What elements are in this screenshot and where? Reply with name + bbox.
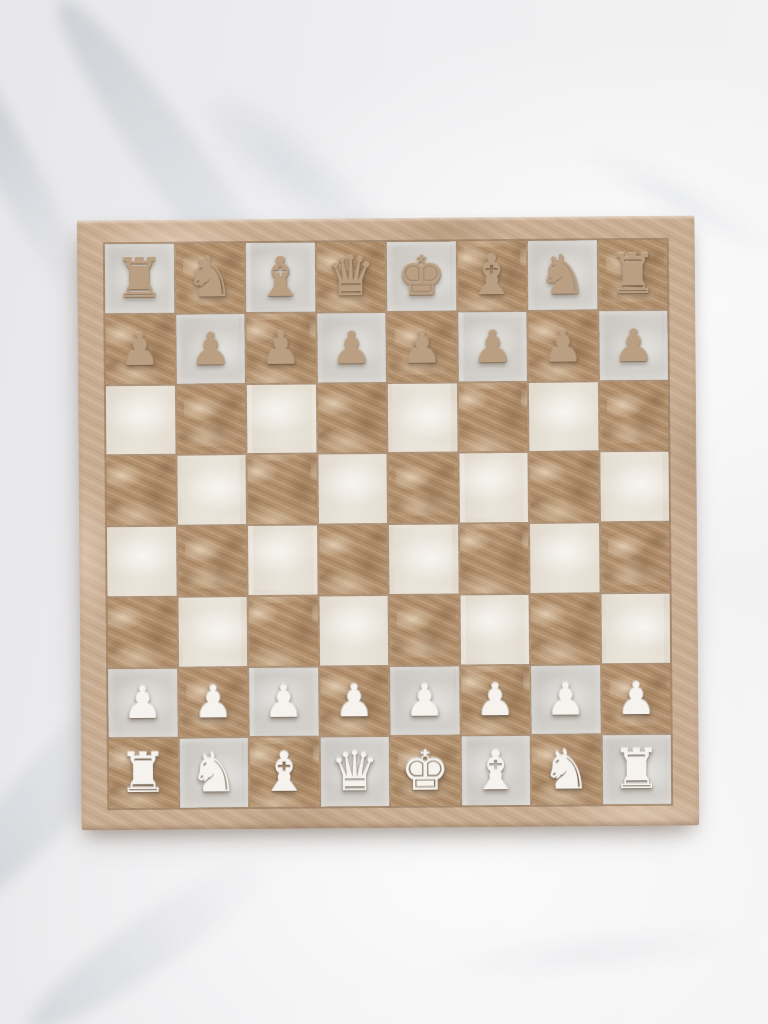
piece-black-pawn[interactable]: ♟: [543, 323, 584, 368]
piece-white-pawn[interactable]: ♟: [263, 679, 304, 724]
square-e5[interactable]: [388, 454, 457, 523]
piece-black-rook[interactable]: ♜: [608, 247, 658, 302]
square-f3[interactable]: [460, 595, 529, 664]
piece-white-pawn[interactable]: ♟: [122, 680, 163, 725]
piece-white-rook[interactable]: ♜: [612, 742, 662, 797]
square-c5[interactable]: [247, 455, 316, 524]
square-d8[interactable]: ♛: [316, 242, 385, 311]
square-c2[interactable]: ♟: [249, 667, 318, 736]
square-c7[interactable]: ♟: [246, 313, 315, 382]
board-grid: ♜♞♝♛♚♝♞♜♟♟♟♟♟♟♟♟♟♟♟♟♟♟♟♟♜♞♝♛♚♝♞♜: [105, 240, 671, 808]
square-a6[interactable]: [106, 385, 175, 454]
piece-black-queen[interactable]: ♛: [326, 249, 376, 304]
square-g5[interactable]: [529, 453, 598, 522]
piece-white-pawn[interactable]: ♟: [475, 677, 516, 722]
square-a3[interactable]: [108, 597, 177, 666]
square-b6[interactable]: [176, 385, 245, 454]
piece-black-knight[interactable]: ♞: [185, 250, 235, 305]
square-h1[interactable]: ♜: [602, 735, 671, 804]
square-e6[interactable]: [388, 383, 457, 452]
square-b2[interactable]: ♟: [179, 668, 248, 737]
square-a1[interactable]: ♜: [109, 739, 178, 808]
square-f8[interactable]: ♝: [457, 241, 526, 310]
square-g7[interactable]: ♟: [528, 311, 597, 380]
square-g6[interactable]: [529, 382, 598, 451]
square-d6[interactable]: [317, 384, 386, 453]
piece-white-pawn[interactable]: ♟: [404, 678, 445, 723]
piece-white-knight[interactable]: ♞: [541, 743, 591, 798]
square-d4[interactable]: [319, 525, 388, 594]
piece-white-pawn[interactable]: ♟: [616, 676, 657, 721]
square-a7[interactable]: ♟: [105, 314, 174, 383]
square-e4[interactable]: [389, 524, 458, 593]
marble-countertop: ♜♞♝♛♚♝♞♜♟♟♟♟♟♟♟♟♟♟♟♟♟♟♟♟♜♞♝♛♚♝♞♜: [0, 0, 768, 1024]
square-c1[interactable]: ♝: [250, 738, 319, 807]
piece-black-king[interactable]: ♚: [396, 248, 446, 303]
square-f2[interactable]: ♟: [461, 665, 530, 734]
square-g1[interactable]: ♞: [532, 736, 601, 805]
square-h7[interactable]: ♟: [599, 311, 668, 380]
square-f5[interactable]: [459, 453, 528, 522]
square-e1[interactable]: ♚: [391, 737, 460, 806]
square-c6[interactable]: [247, 384, 316, 453]
square-g2[interactable]: ♟: [531, 665, 600, 734]
marble-vein: [428, 913, 761, 993]
square-g4[interactable]: [530, 523, 599, 592]
piece-white-knight[interactable]: ♞: [189, 745, 239, 800]
piece-black-pawn[interactable]: ♟: [402, 324, 443, 369]
piece-white-pawn[interactable]: ♟: [545, 677, 586, 722]
piece-black-knight[interactable]: ♞: [537, 247, 587, 302]
square-b4[interactable]: [178, 526, 247, 595]
square-h8[interactable]: ♜: [598, 240, 667, 309]
square-e7[interactable]: ♟: [387, 312, 456, 381]
square-h3[interactable]: [601, 594, 670, 663]
square-e2[interactable]: ♟: [390, 666, 459, 735]
piece-black-pawn[interactable]: ♟: [120, 326, 161, 371]
square-c8[interactable]: ♝: [246, 243, 315, 312]
piece-black-bishop[interactable]: ♝: [467, 248, 517, 303]
square-d2[interactable]: ♟: [320, 667, 389, 736]
square-f6[interactable]: [458, 382, 527, 451]
chess-board: ♜♞♝♛♚♝♞♜♟♟♟♟♟♟♟♟♟♟♟♟♟♟♟♟♜♞♝♛♚♝♞♜: [77, 216, 700, 831]
square-a8[interactable]: ♜: [105, 244, 174, 313]
square-h6[interactable]: [599, 381, 668, 450]
square-d1[interactable]: ♛: [320, 737, 389, 806]
piece-black-pawn[interactable]: ♟: [613, 323, 654, 368]
square-d5[interactable]: [318, 454, 387, 523]
square-a4[interactable]: [107, 527, 176, 596]
piece-black-bishop[interactable]: ♝: [255, 250, 305, 305]
square-b3[interactable]: [178, 597, 247, 666]
square-e3[interactable]: [390, 595, 459, 664]
square-h5[interactable]: [600, 452, 669, 521]
square-b5[interactable]: [177, 455, 246, 524]
piece-white-bishop[interactable]: ♝: [259, 745, 309, 800]
piece-black-rook[interactable]: ♜: [114, 251, 164, 306]
square-h4[interactable]: [601, 523, 670, 592]
piece-white-bishop[interactable]: ♝: [471, 743, 521, 798]
square-a5[interactable]: [106, 456, 175, 525]
piece-black-pawn[interactable]: ♟: [190, 326, 231, 371]
square-b8[interactable]: ♞: [175, 243, 244, 312]
piece-white-king[interactable]: ♚: [400, 744, 450, 799]
piece-white-pawn[interactable]: ♟: [334, 678, 375, 723]
piece-black-pawn[interactable]: ♟: [331, 325, 372, 370]
square-c4[interactable]: [248, 526, 317, 595]
piece-white-rook[interactable]: ♜: [118, 746, 168, 801]
square-e8[interactable]: ♚: [387, 241, 456, 310]
square-f1[interactable]: ♝: [461, 736, 530, 805]
piece-white-pawn[interactable]: ♟: [193, 680, 234, 725]
square-f7[interactable]: ♟: [458, 312, 527, 381]
square-c3[interactable]: [249, 596, 318, 665]
square-a2[interactable]: ♟: [108, 668, 177, 737]
square-b7[interactable]: ♟: [176, 314, 245, 383]
square-h2[interactable]: ♟: [602, 664, 671, 733]
marble-vein: [15, 833, 292, 1024]
square-d7[interactable]: ♟: [317, 313, 386, 382]
square-g3[interactable]: [531, 594, 600, 663]
piece-black-pawn[interactable]: ♟: [472, 324, 513, 369]
square-d3[interactable]: [319, 596, 388, 665]
piece-white-queen[interactable]: ♛: [330, 744, 380, 799]
square-f4[interactable]: [460, 524, 529, 593]
square-b1[interactable]: ♞: [179, 738, 248, 807]
piece-black-pawn[interactable]: ♟: [261, 325, 302, 370]
square-g8[interactable]: ♞: [528, 240, 597, 309]
